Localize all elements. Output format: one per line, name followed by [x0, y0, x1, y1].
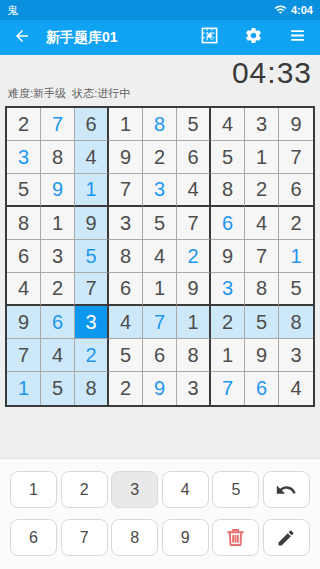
gear-icon — [244, 26, 263, 49]
cell-r4c7[interactable]: 6 — [211, 207, 245, 240]
cell-r5c4[interactable]: 8 — [109, 240, 143, 273]
timer: 04:33 — [232, 56, 312, 90]
cell-r2c2[interactable]: 8 — [41, 141, 75, 174]
cell-r6c2[interactable]: 2 — [41, 273, 75, 306]
cell-r4c2[interactable]: 1 — [41, 207, 75, 240]
cell-r5c1[interactable]: 6 — [7, 240, 41, 273]
cell-r9c9[interactable]: 4 — [279, 372, 313, 405]
cell-r1c4[interactable]: 1 — [109, 108, 143, 141]
cell-r5c5[interactable]: 4 — [143, 240, 177, 273]
cell-r1c5[interactable]: 8 — [143, 108, 177, 141]
cell-r4c6[interactable]: 7 — [177, 207, 211, 240]
cell-r1c1[interactable]: 2 — [7, 108, 41, 141]
pencil-icon — [276, 528, 296, 548]
cell-r9c2[interactable]: 5 — [41, 372, 75, 405]
sudoku-board: 2761854393849265175917348268193576426358… — [5, 106, 315, 407]
cell-r7c7[interactable]: 2 — [211, 306, 245, 339]
cell-r4c8[interactable]: 4 — [245, 207, 279, 240]
numpad-key-6[interactable]: 6 — [10, 519, 57, 556]
cell-r1c3[interactable]: 6 — [75, 108, 109, 141]
cell-r4c3[interactable]: 9 — [75, 207, 109, 240]
cell-r7c3[interactable]: 3 — [75, 306, 109, 339]
numpad-row-2: 6789 — [10, 519, 310, 556]
cell-r8c7[interactable]: 1 — [211, 339, 245, 372]
cell-r5c8[interactable]: 7 — [245, 240, 279, 273]
cell-r9c4[interactable]: 2 — [109, 372, 143, 405]
cell-r9c6[interactable]: 3 — [177, 372, 211, 405]
trash-button[interactable] — [212, 519, 259, 556]
cell-r5c9[interactable]: 1 — [279, 240, 313, 273]
cell-r1c6[interactable]: 5 — [177, 108, 211, 141]
cell-r4c9[interactable]: 2 — [279, 207, 313, 240]
page-title: 新手题库01 — [46, 29, 118, 47]
status-left-text: 鬼 — [7, 3, 18, 18]
numpad: 12345 6789 — [0, 458, 320, 569]
cell-r6c8[interactable]: 8 — [245, 273, 279, 306]
cell-r3c1[interactable]: 5 — [7, 174, 41, 207]
cell-r7c4[interactable]: 4 — [109, 306, 143, 339]
cell-r3c4[interactable]: 7 — [109, 174, 143, 207]
numpad-key-5[interactable]: 5 — [212, 471, 259, 508]
cell-r1c8[interactable]: 3 — [245, 108, 279, 141]
cell-r3c8[interactable]: 2 — [245, 174, 279, 207]
cell-r7c1[interactable]: 9 — [7, 306, 41, 339]
difficulty-status: 难度:新手级 状态:进行中 — [8, 86, 130, 101]
undo-button[interactable] — [263, 471, 310, 508]
cell-r3c7[interactable]: 8 — [211, 174, 245, 207]
cell-r7c8[interactable]: 5 — [245, 306, 279, 339]
cell-r4c1[interactable]: 8 — [7, 207, 41, 240]
cell-r8c2[interactable]: 4 — [41, 339, 75, 372]
cell-r2c6[interactable]: 6 — [177, 141, 211, 174]
cell-r9c8[interactable]: 6 — [245, 372, 279, 405]
cell-r7c2[interactable]: 6 — [41, 306, 75, 339]
cell-r3c6[interactable]: 4 — [177, 174, 211, 207]
numpad-key-7[interactable]: 7 — [61, 519, 108, 556]
cell-r2c3[interactable]: 4 — [75, 141, 109, 174]
cell-r2c5[interactable]: 2 — [143, 141, 177, 174]
cell-r2c7[interactable]: 5 — [211, 141, 245, 174]
cell-r2c8[interactable]: 1 — [245, 141, 279, 174]
cell-r5c2[interactable]: 3 — [41, 240, 75, 273]
cell-r1c2[interactable]: 7 — [41, 108, 75, 141]
cell-r2c9[interactable]: 7 — [279, 141, 313, 174]
cell-r3c3[interactable]: 1 — [75, 174, 109, 207]
undo-icon — [275, 479, 297, 501]
cell-r5c3[interactable]: 5 — [75, 240, 109, 273]
numpad-key-3[interactable]: 3 — [111, 471, 158, 508]
cell-r8c4[interactable]: 5 — [109, 339, 143, 372]
cell-r6c7[interactable]: 3 — [211, 273, 245, 306]
cell-r6c4[interactable]: 6 — [109, 273, 143, 306]
numpad-key-9[interactable]: 9 — [162, 519, 209, 556]
menu-button[interactable] — [286, 27, 308, 49]
trash-icon — [225, 527, 246, 548]
cell-r8c1[interactable]: 7 — [7, 339, 41, 372]
cell-r9c1[interactable]: 1 — [7, 372, 41, 405]
cell-r2c4[interactable]: 9 — [109, 141, 143, 174]
cell-r6c3[interactable]: 7 — [75, 273, 109, 306]
cell-r8c5[interactable]: 6 — [143, 339, 177, 372]
board-grid-button[interactable] — [198, 27, 220, 49]
cell-r3c9[interactable]: 6 — [279, 174, 313, 207]
cell-r7c5[interactable]: 7 — [143, 306, 177, 339]
status-clock: 4:04 — [291, 4, 313, 16]
wifi-icon — [274, 3, 287, 18]
status-bar: 鬼 4:04 — [0, 0, 320, 20]
cell-r9c5[interactable]: 9 — [143, 372, 177, 405]
cell-r3c2[interactable]: 9 — [41, 174, 75, 207]
numpad-key-4[interactable]: 4 — [162, 471, 209, 508]
cell-r8c6[interactable]: 8 — [177, 339, 211, 372]
cell-r7c6[interactable]: 1 — [177, 306, 211, 339]
numpad-key-2[interactable]: 2 — [61, 471, 108, 508]
cell-r9c3[interactable]: 8 — [75, 372, 109, 405]
numpad-row-1: 12345 — [10, 471, 310, 508]
app-bar: 新手题库01 — [0, 20, 320, 55]
cell-r6c1[interactable]: 4 — [7, 273, 41, 306]
cell-r5c6[interactable]: 2 — [177, 240, 211, 273]
cell-r9c7[interactable]: 7 — [211, 372, 245, 405]
cell-r8c9[interactable]: 3 — [279, 339, 313, 372]
cell-r6c6[interactable]: 9 — [177, 273, 211, 306]
cell-r4c4[interactable]: 3 — [109, 207, 143, 240]
settings-button[interactable] — [242, 27, 264, 49]
cell-r1c7[interactable]: 4 — [211, 108, 245, 141]
cell-r8c8[interactable]: 9 — [245, 339, 279, 372]
cell-r3c5[interactable]: 3 — [143, 174, 177, 207]
hamburger-menu-icon — [288, 26, 307, 49]
pencil-button[interactable] — [263, 519, 310, 556]
cell-r1c9[interactable]: 9 — [279, 108, 313, 141]
info-row: 04:33 难度:新手级 状态:进行中 — [0, 55, 320, 106]
numpad-key-1[interactable]: 1 — [10, 471, 57, 508]
cell-r7c9[interactable]: 8 — [279, 306, 313, 339]
cell-r6c5[interactable]: 1 — [143, 273, 177, 306]
cell-r2c1[interactable]: 3 — [7, 141, 41, 174]
cell-r5c7[interactable]: 9 — [211, 240, 245, 273]
back-button[interactable] — [12, 28, 32, 48]
cell-r4c5[interactable]: 5 — [143, 207, 177, 240]
cell-r8c3[interactable]: 2 — [75, 339, 109, 372]
cell-r6c9[interactable]: 5 — [279, 273, 313, 306]
arrow-left-icon — [13, 27, 31, 49]
grid-icon — [200, 26, 219, 49]
numpad-key-8[interactable]: 8 — [111, 519, 158, 556]
